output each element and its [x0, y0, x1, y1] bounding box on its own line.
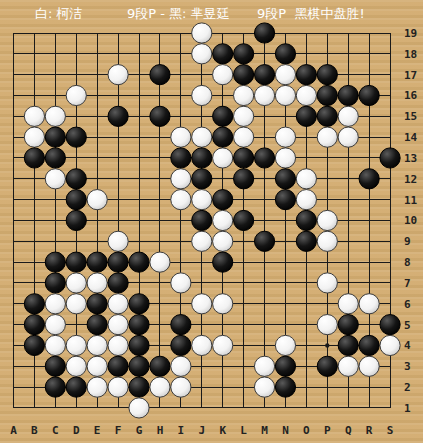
black-stone-N12	[275, 169, 295, 189]
black-stone-B4	[24, 335, 44, 355]
white-stone-L16	[234, 85, 254, 105]
black-stone-M19	[254, 23, 274, 43]
black-stone-Q5	[338, 315, 358, 335]
white-stone-F2	[108, 377, 128, 397]
white-stone-J4	[192, 335, 212, 355]
black-stone-I13	[171, 148, 191, 168]
black-stone-D11	[66, 190, 86, 210]
white-stone-F9	[108, 231, 128, 251]
black-stone-R12	[359, 169, 379, 189]
white-stone-O12	[296, 169, 316, 189]
row-label-8: 8	[404, 256, 411, 269]
col-label-I: I	[178, 424, 185, 437]
black-stone-N3	[275, 356, 295, 376]
col-label-M: M	[261, 424, 268, 437]
black-stone-K8	[213, 252, 233, 272]
col-label-J: J	[198, 424, 205, 437]
white-stone-C4	[45, 335, 65, 355]
col-label-A: A	[10, 424, 17, 437]
white-stone-J9	[192, 231, 212, 251]
white-stone-I2	[171, 377, 191, 397]
white-stone-K9	[213, 231, 233, 251]
row-label-19: 19	[404, 27, 417, 40]
col-label-S: S	[387, 424, 394, 437]
black-stone-H15	[150, 106, 170, 126]
black-stone-G8	[129, 252, 149, 272]
col-label-P: P	[324, 424, 331, 437]
white-stone-N17	[275, 65, 295, 85]
black-stone-R4	[359, 335, 379, 355]
white-stone-I11	[171, 190, 191, 210]
white-stone-D7	[66, 273, 86, 293]
row-label-3: 3	[404, 360, 411, 373]
row-label-17: 17	[404, 69, 417, 82]
white-stone-B14	[24, 127, 44, 147]
white-stone-F6	[108, 294, 128, 314]
white-stone-K4	[213, 335, 233, 355]
white-stone-E11	[87, 190, 107, 210]
col-label-O: O	[303, 424, 310, 437]
black-stone-M17	[254, 65, 274, 85]
white-stone-C6	[45, 294, 65, 314]
col-label-E: E	[94, 424, 101, 437]
black-stone-P16	[317, 85, 337, 105]
white-stone-I7	[171, 273, 191, 293]
col-label-H: H	[157, 424, 164, 437]
row-label-5: 5	[404, 319, 411, 332]
black-stone-E6	[87, 294, 107, 314]
black-stone-J10	[192, 210, 212, 230]
white-stone-E7	[87, 273, 107, 293]
row-label-18: 18	[404, 48, 417, 61]
row-labels: 19181716151413121110987654321	[404, 27, 418, 415]
white-stone-M2	[254, 377, 274, 397]
black-stone-K14	[213, 127, 233, 147]
row-label-12: 12	[404, 173, 417, 186]
white-stone-J18	[192, 44, 212, 64]
black-stone-J12	[192, 169, 212, 189]
black-stone-G2	[129, 377, 149, 397]
white-stone-R6	[359, 294, 379, 314]
white-stone-S4	[380, 335, 400, 355]
black-stone-B6	[24, 294, 44, 314]
row-label-1: 1	[404, 402, 411, 415]
white-stone-E4	[87, 335, 107, 355]
black-stone-C8	[45, 252, 65, 272]
white-stone-P5	[317, 315, 337, 335]
white-stone-N4	[275, 335, 295, 355]
black-stone-D14	[66, 127, 86, 147]
row-label-9: 9	[404, 235, 411, 248]
white-stone-I3	[171, 356, 191, 376]
black-stone-F3	[108, 356, 128, 376]
col-label-Q: Q	[345, 424, 352, 437]
white-stone-J6	[192, 294, 212, 314]
white-stone-C12	[45, 169, 65, 189]
white-stone-I12	[171, 169, 191, 189]
white-stone-N14	[275, 127, 295, 147]
white-stone-M16	[254, 85, 274, 105]
black-stone-D8	[66, 252, 86, 272]
white-stone-K13	[213, 148, 233, 168]
white-stone-J19	[192, 23, 212, 43]
col-label-R: R	[366, 424, 373, 437]
black-stone-C7	[45, 273, 65, 293]
black-stone-C2	[45, 377, 65, 397]
black-stone-K11	[213, 190, 233, 210]
black-stone-G4	[129, 335, 149, 355]
white-stone-J14	[192, 127, 212, 147]
black-stone-P3	[317, 356, 337, 376]
col-label-G: G	[136, 424, 143, 437]
black-stone-E5	[87, 315, 107, 335]
black-stone-F7	[108, 273, 128, 293]
white-stone-D6	[66, 294, 86, 314]
black-stone-D2	[66, 377, 86, 397]
black-stone-P17	[317, 65, 337, 85]
black-stone-G5	[129, 315, 149, 335]
black-stone-O17	[296, 65, 316, 85]
white-stone-Q6	[338, 294, 358, 314]
row-label-16: 16	[404, 89, 418, 102]
row-label-14: 14	[404, 131, 418, 144]
black-stone-E8	[87, 252, 107, 272]
white-stone-G1	[129, 398, 149, 418]
white-stone-N16	[275, 85, 295, 105]
row-label-4: 4	[404, 339, 411, 352]
white-stone-K6	[213, 294, 233, 314]
white-stone-F17	[108, 65, 128, 85]
white-stone-L15	[234, 106, 254, 126]
col-label-K: K	[219, 424, 226, 437]
black-stone-C13	[45, 148, 65, 168]
white-stone-J11	[192, 190, 212, 210]
white-stone-O11	[296, 190, 316, 210]
white-stone-M3	[254, 356, 274, 376]
black-stone-R16	[359, 85, 379, 105]
black-stone-F15	[108, 106, 128, 126]
black-stone-L17	[234, 65, 254, 85]
go-board[interactable]: ABCDEFGHIJKLMNOPQRS191817161514131211109…	[0, 0, 423, 443]
row-label-7: 7	[404, 277, 411, 290]
row-label-10: 10	[404, 214, 417, 227]
white-stone-P14	[317, 127, 337, 147]
black-stone-L13	[234, 148, 254, 168]
col-label-F: F	[115, 424, 122, 437]
black-stone-H17	[150, 65, 170, 85]
black-stone-K15	[213, 106, 233, 126]
black-stone-D10	[66, 210, 86, 230]
black-stone-C14	[45, 127, 65, 147]
black-stone-L18	[234, 44, 254, 64]
col-label-N: N	[282, 424, 289, 437]
row-label-11: 11	[404, 194, 418, 207]
black-stone-N2	[275, 377, 295, 397]
white-stone-D3	[66, 356, 86, 376]
black-stone-M13	[254, 148, 274, 168]
white-stone-D16	[66, 85, 86, 105]
white-stone-P10	[317, 210, 337, 230]
black-stone-B5	[24, 315, 44, 335]
black-stone-B13	[24, 148, 44, 168]
white-stone-H8	[150, 252, 170, 272]
col-label-D: D	[73, 424, 80, 437]
black-stone-M9	[254, 231, 274, 251]
black-stone-N11	[275, 190, 295, 210]
white-stone-H2	[150, 377, 170, 397]
white-stone-L14	[234, 127, 254, 147]
white-stone-F5	[108, 315, 128, 335]
black-stone-Q4	[338, 335, 358, 355]
black-stone-Q16	[338, 85, 358, 105]
white-stone-Q15	[338, 106, 358, 126]
white-stone-P9	[317, 231, 337, 251]
black-stone-G3	[129, 356, 149, 376]
row-label-2: 2	[404, 381, 411, 394]
white-stone-J16	[192, 85, 212, 105]
black-stone-O15	[296, 106, 316, 126]
black-stone-D12	[66, 169, 86, 189]
white-stone-K17	[213, 65, 233, 85]
white-stone-I14	[171, 127, 191, 147]
white-stone-Q3	[338, 356, 358, 376]
white-stone-C15	[45, 106, 65, 126]
black-stone-O10	[296, 210, 316, 230]
row-label-6: 6	[404, 298, 411, 311]
black-stone-I4	[171, 335, 191, 355]
white-stone-P7	[317, 273, 337, 293]
col-label-L: L	[240, 424, 247, 437]
white-stone-Q14	[338, 127, 358, 147]
black-stone-L10	[234, 210, 254, 230]
black-stone-J13	[192, 148, 212, 168]
black-stone-N18	[275, 44, 295, 64]
black-stone-F8	[108, 252, 128, 272]
black-stone-S5	[380, 315, 400, 335]
black-stone-H3	[150, 356, 170, 376]
white-stone-B15	[24, 106, 44, 126]
black-stone-C3	[45, 356, 65, 376]
white-stone-R3	[359, 356, 379, 376]
white-stone-C5	[45, 315, 65, 335]
row-label-15: 15	[404, 110, 417, 123]
black-stone-K18	[213, 44, 233, 64]
black-stone-L12	[234, 169, 254, 189]
white-stone-F4	[108, 335, 128, 355]
white-stone-E3	[87, 356, 107, 376]
col-label-C: C	[52, 424, 59, 437]
white-stone-K10	[213, 210, 233, 230]
column-labels: ABCDEFGHIJKLMNOPQRS	[10, 424, 393, 437]
black-stone-S13	[380, 148, 400, 168]
row-label-13: 13	[404, 152, 417, 165]
col-label-B: B	[31, 424, 38, 437]
black-stone-P15	[317, 106, 337, 126]
black-stone-I5	[171, 315, 191, 335]
black-stone-G6	[129, 294, 149, 314]
white-stone-O16	[296, 85, 316, 105]
black-stone-O9	[296, 231, 316, 251]
white-stone-N13	[275, 148, 295, 168]
white-stone-D4	[66, 335, 86, 355]
white-stone-E2	[87, 377, 107, 397]
